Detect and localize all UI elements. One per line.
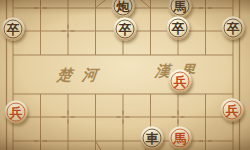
piece-character: 兵: [169, 70, 192, 93]
river-label-chu-he: 楚河: [56, 66, 108, 85]
piece-red-horse[interactable]: 馬: [169, 127, 192, 150]
piece-red-pawn[interactable]: 兵: [5, 101, 28, 124]
piece-character: 兵: [5, 101, 28, 124]
piece-character: 馬: [169, 0, 192, 18]
piece-black-chariot[interactable]: 車: [141, 127, 164, 150]
piece-character: 炮: [112, 0, 135, 18]
piece-black-cannon[interactable]: 炮: [112, 0, 135, 18]
piece-character: 卒: [2, 18, 25, 41]
piece-black-pawn[interactable]: 卒: [167, 17, 190, 40]
piece-black-pawn[interactable]: 卒: [114, 18, 137, 41]
piece-character: 車: [141, 127, 164, 150]
piece-red-pawn[interactable]: 兵: [169, 70, 192, 93]
piece-character: 馬: [169, 127, 192, 150]
piece-red-pawn[interactable]: 兵: [221, 99, 244, 122]
piece-black-pawn[interactable]: 卒: [2, 18, 25, 41]
piece-character: 兵: [221, 99, 244, 122]
xiangqi-board: 楚河 漢界 炮馬卒卒卒卒車兵兵兵馬: [0, 0, 250, 150]
piece-black-horse[interactable]: 馬: [169, 0, 192, 18]
piece-black-pawn[interactable]: 卒: [222, 17, 245, 40]
piece-character: 卒: [167, 17, 190, 40]
piece-character: 卒: [222, 17, 245, 40]
piece-character: 卒: [114, 18, 137, 41]
